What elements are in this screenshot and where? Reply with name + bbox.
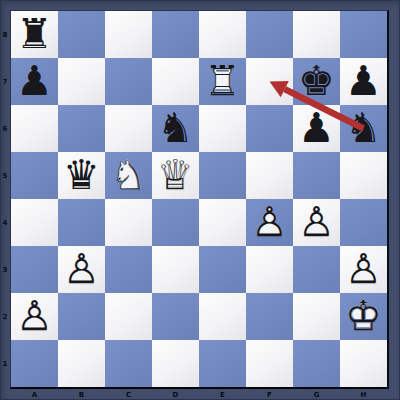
chess-board: ♜♟♜♖♚♟♞♟♞♛♞♘♛♕♟♙♟♙♟♙♟♙♟♙♚♔: [11, 11, 387, 387]
square-f7[interactable]: [246, 58, 293, 105]
square-h1[interactable]: [340, 340, 387, 387]
square-f6[interactable]: [246, 105, 293, 152]
square-f4[interactable]: ♟♙: [246, 199, 293, 246]
square-g3[interactable]: [293, 246, 340, 293]
piece-white-pawn[interactable]: ♟♙: [58, 246, 105, 293]
rank-label-7: 7: [0, 58, 10, 105]
file-label-c: C: [105, 390, 152, 400]
piece-white-pawn[interactable]: ♟♙: [246, 199, 293, 246]
square-d1[interactable]: [152, 340, 199, 387]
square-b2[interactable]: [58, 293, 105, 340]
board-frame: ♜♟♜♖♚♟♞♟♞♛♞♘♛♕♟♙♟♙♟♙♟♙♟♙♚♔: [10, 10, 389, 389]
square-e7[interactable]: ♜♖: [199, 58, 246, 105]
square-f8[interactable]: [246, 11, 293, 58]
square-d4[interactable]: [152, 199, 199, 246]
square-e5[interactable]: [199, 152, 246, 199]
piece-white-pawn[interactable]: ♟♙: [340, 246, 387, 293]
piece-black-queen[interactable]: ♛: [58, 152, 105, 199]
square-f1[interactable]: [246, 340, 293, 387]
square-d8[interactable]: [152, 11, 199, 58]
square-d6[interactable]: ♞: [152, 105, 199, 152]
square-d3[interactable]: [152, 246, 199, 293]
square-b6[interactable]: [58, 105, 105, 152]
rank-label-6: 6: [0, 105, 10, 152]
square-b1[interactable]: [58, 340, 105, 387]
rank-label-4: 4: [0, 199, 10, 246]
square-d2[interactable]: [152, 293, 199, 340]
square-h8[interactable]: [340, 11, 387, 58]
chess-board-screenshot: 87654321 ♜♟♜♖♚♟♞♟♞♛♞♘♛♕♟♙♟♙♟♙♟♙♟♙♚♔ ABCD…: [0, 0, 400, 400]
piece-white-pawn[interactable]: ♟♙: [11, 293, 58, 340]
square-a5[interactable]: [11, 152, 58, 199]
piece-black-pawn[interactable]: ♟: [11, 58, 58, 105]
square-a6[interactable]: [11, 105, 58, 152]
piece-white-king[interactable]: ♚♔: [340, 293, 387, 340]
file-label-a: A: [11, 390, 58, 400]
square-e8[interactable]: [199, 11, 246, 58]
square-f5[interactable]: [246, 152, 293, 199]
square-g8[interactable]: [293, 11, 340, 58]
piece-black-rook[interactable]: ♜: [11, 11, 58, 58]
square-h5[interactable]: [340, 152, 387, 199]
piece-black-pawn[interactable]: ♟: [340, 58, 387, 105]
file-label-g: G: [293, 390, 340, 400]
piece-black-king[interactable]: ♚: [293, 58, 340, 105]
square-b4[interactable]: [58, 199, 105, 246]
square-b8[interactable]: [58, 11, 105, 58]
piece-white-rook[interactable]: ♜♖: [199, 58, 246, 105]
square-g5[interactable]: [293, 152, 340, 199]
square-a1[interactable]: [11, 340, 58, 387]
square-g4[interactable]: ♟♙: [293, 199, 340, 246]
piece-black-knight[interactable]: ♞: [152, 105, 199, 152]
file-label-h: H: [340, 390, 387, 400]
square-h6[interactable]: ♞: [340, 105, 387, 152]
square-b3[interactable]: ♟♙: [58, 246, 105, 293]
square-f2[interactable]: [246, 293, 293, 340]
square-d5[interactable]: ♛♕: [152, 152, 199, 199]
square-f3[interactable]: [246, 246, 293, 293]
square-g7[interactable]: ♚: [293, 58, 340, 105]
square-c2[interactable]: [105, 293, 152, 340]
file-label-b: B: [58, 390, 105, 400]
rank-label-8: 8: [0, 11, 10, 58]
square-b7[interactable]: [58, 58, 105, 105]
rank-label-3: 3: [0, 246, 10, 293]
square-d7[interactable]: [152, 58, 199, 105]
square-g2[interactable]: [293, 293, 340, 340]
square-e4[interactable]: [199, 199, 246, 246]
square-c6[interactable]: [105, 105, 152, 152]
piece-white-pawn[interactable]: ♟♙: [293, 199, 340, 246]
rank-label-5: 5: [0, 152, 10, 199]
square-a4[interactable]: [11, 199, 58, 246]
square-h4[interactable]: [340, 199, 387, 246]
square-a7[interactable]: ♟: [11, 58, 58, 105]
square-c4[interactable]: [105, 199, 152, 246]
square-c5[interactable]: ♞♘: [105, 152, 152, 199]
piece-black-knight[interactable]: ♞: [340, 105, 387, 152]
rank-labels: 87654321: [0, 11, 10, 387]
square-e2[interactable]: [199, 293, 246, 340]
square-e3[interactable]: [199, 246, 246, 293]
square-g1[interactable]: [293, 340, 340, 387]
file-labels: ABCDEFGH: [11, 390, 387, 400]
file-label-e: E: [199, 390, 246, 400]
rank-label-2: 2: [0, 293, 10, 340]
square-h3[interactable]: ♟♙: [340, 246, 387, 293]
square-b5[interactable]: ♛: [58, 152, 105, 199]
square-h2[interactable]: ♚♔: [340, 293, 387, 340]
file-label-f: F: [246, 390, 293, 400]
piece-white-queen[interactable]: ♛♕: [152, 152, 199, 199]
square-a8[interactable]: ♜: [11, 11, 58, 58]
square-h7[interactable]: ♟: [340, 58, 387, 105]
file-label-d: D: [152, 390, 199, 400]
square-c8[interactable]: [105, 11, 152, 58]
piece-black-pawn[interactable]: ♟: [293, 105, 340, 152]
square-c1[interactable]: [105, 340, 152, 387]
square-e1[interactable]: [199, 340, 246, 387]
rank-label-1: 1: [0, 340, 10, 387]
square-a2[interactable]: ♟♙: [11, 293, 58, 340]
piece-white-knight[interactable]: ♞♘: [105, 152, 152, 199]
square-e6[interactable]: [199, 105, 246, 152]
square-c7[interactable]: [105, 58, 152, 105]
square-c3[interactable]: [105, 246, 152, 293]
square-a3[interactable]: [11, 246, 58, 293]
square-g6[interactable]: ♟: [293, 105, 340, 152]
